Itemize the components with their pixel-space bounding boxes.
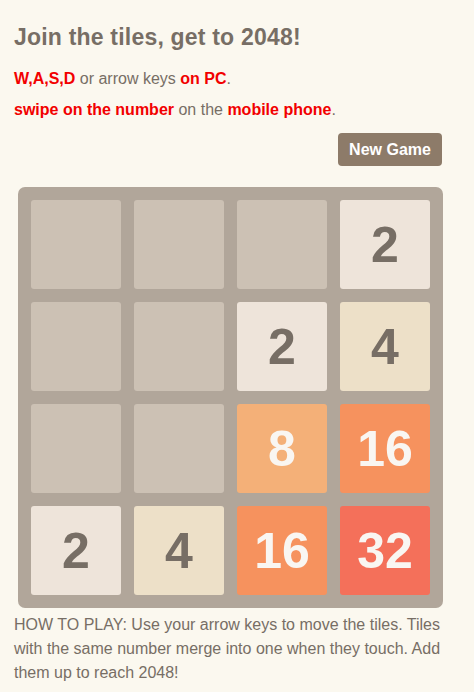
tile-4: 4 [340,302,430,391]
empty-cell [134,404,224,493]
empty-cell [31,404,121,493]
swipe-text: swipe on the number [14,101,174,118]
tile-16: 16 [340,404,430,493]
tile-2: 2 [31,506,121,595]
mobile-phone-text: mobile phone [227,101,331,118]
instruction-pc-period: . [226,70,230,87]
wasd-keys-text: W,A,S,D [14,70,75,87]
tile-4: 4 [134,506,224,595]
empty-cell [134,200,224,289]
empty-cell [237,200,327,289]
instruction-mobile-period: . [331,101,335,118]
on-pc-text: on PC [180,70,226,87]
tile-32: 32 [340,506,430,595]
tile-2: 2 [237,302,327,391]
empty-cell [134,302,224,391]
tile-2: 2 [340,200,430,289]
empty-cell [31,200,121,289]
empty-cell [31,302,121,391]
new-game-button[interactable]: New Game [338,133,442,166]
instruction-pc: W,A,S,D or arrow keys on PC. [14,70,231,88]
tile-8: 8 [237,404,327,493]
instruction-pc-plain: or arrow keys [75,70,180,87]
how-to-play-text: HOW TO PLAY: Use your arrow keys to move… [14,613,461,685]
page-title: Join the tiles, get to 2048! [14,24,301,51]
instruction-mobile-plain: on the [174,101,227,118]
instruction-mobile: swipe on the number on the mobile phone. [14,101,336,119]
tile-16: 16 [237,506,327,595]
board[interactable]: 224816241632 [18,187,443,608]
